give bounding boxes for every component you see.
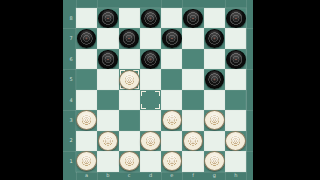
square-d5[interactable] bbox=[140, 69, 161, 89]
file-labels: abcdefgh bbox=[76, 172, 246, 180]
square-d4[interactable] bbox=[140, 90, 161, 110]
square-e4[interactable] bbox=[161, 90, 182, 110]
square-c5[interactable] bbox=[119, 69, 140, 89]
square-f4[interactable] bbox=[182, 90, 203, 110]
square-e3[interactable] bbox=[161, 110, 182, 130]
square-h3[interactable] bbox=[225, 110, 246, 130]
move-highlight-corners bbox=[141, 91, 160, 109]
square-a8[interactable] bbox=[76, 8, 97, 28]
square-g6[interactable] bbox=[204, 49, 225, 69]
rank-label: 2 bbox=[67, 131, 75, 151]
square-g5[interactable] bbox=[204, 69, 225, 89]
square-h6[interactable] bbox=[225, 49, 246, 69]
square-a6[interactable] bbox=[76, 49, 97, 69]
square-g7[interactable] bbox=[204, 28, 225, 48]
square-b1[interactable] bbox=[97, 151, 118, 171]
screenshot-stage: 87654321 abcdefgh bbox=[0, 0, 320, 180]
square-e7[interactable] bbox=[161, 28, 182, 48]
square-h5[interactable] bbox=[225, 69, 246, 89]
square-f7[interactable] bbox=[182, 28, 203, 48]
rank-label: 4 bbox=[67, 90, 75, 110]
square-a4[interactable] bbox=[76, 90, 97, 110]
square-b8[interactable] bbox=[97, 8, 118, 28]
square-d2[interactable] bbox=[140, 131, 161, 151]
white-man-f2[interactable] bbox=[183, 131, 204, 151]
white-man-g3[interactable] bbox=[204, 110, 225, 130]
square-g3[interactable] bbox=[204, 110, 225, 130]
square-e1[interactable] bbox=[161, 151, 182, 171]
black-man-b8[interactable] bbox=[98, 9, 118, 28]
board-grid bbox=[76, 8, 246, 172]
square-a2[interactable] bbox=[76, 131, 97, 151]
file-label: g bbox=[204, 172, 225, 180]
square-f2[interactable] bbox=[182, 131, 203, 151]
rank-label: 8 bbox=[67, 8, 75, 28]
square-f5[interactable] bbox=[182, 69, 203, 89]
square-d6[interactable] bbox=[140, 49, 161, 69]
black-man-e7[interactable] bbox=[162, 29, 182, 48]
black-man-c7[interactable] bbox=[119, 29, 139, 48]
square-e5[interactable] bbox=[161, 69, 182, 89]
square-b6[interactable] bbox=[97, 49, 118, 69]
square-e2[interactable] bbox=[161, 131, 182, 151]
black-man-f8[interactable] bbox=[183, 9, 203, 28]
square-a5[interactable] bbox=[76, 69, 97, 89]
file-label: a bbox=[76, 172, 97, 180]
square-c4[interactable] bbox=[119, 90, 140, 110]
white-man-a1[interactable] bbox=[76, 151, 97, 171]
square-h2[interactable] bbox=[225, 131, 246, 151]
square-d3[interactable] bbox=[140, 110, 161, 130]
square-f6[interactable] bbox=[182, 49, 203, 69]
white-man-d2[interactable] bbox=[140, 131, 161, 151]
square-c1[interactable] bbox=[119, 151, 140, 171]
rank-label: 6 bbox=[67, 49, 75, 69]
file-label: h bbox=[225, 172, 246, 180]
square-g2[interactable] bbox=[204, 131, 225, 151]
black-man-a7[interactable] bbox=[77, 29, 97, 48]
white-man-b2[interactable] bbox=[98, 131, 119, 151]
white-man-c5[interactable] bbox=[119, 70, 140, 90]
white-man-c1[interactable] bbox=[119, 151, 140, 171]
square-h8[interactable] bbox=[225, 8, 246, 28]
rank-label: 7 bbox=[67, 28, 75, 48]
rank-label: 1 bbox=[67, 151, 75, 171]
square-a7[interactable] bbox=[76, 28, 97, 48]
black-man-g7[interactable] bbox=[205, 29, 225, 48]
file-label: b bbox=[97, 172, 118, 180]
black-man-d8[interactable] bbox=[141, 9, 161, 28]
black-man-g5[interactable] bbox=[205, 70, 225, 89]
white-man-h2[interactable] bbox=[225, 131, 246, 151]
square-d1[interactable] bbox=[140, 151, 161, 171]
square-f3[interactable] bbox=[182, 110, 203, 130]
rank-label: 5 bbox=[67, 69, 75, 89]
square-h1[interactable] bbox=[225, 151, 246, 171]
file-label: e bbox=[161, 172, 182, 180]
square-b3[interactable] bbox=[97, 110, 118, 130]
square-g8[interactable] bbox=[204, 8, 225, 28]
file-label: c bbox=[119, 172, 140, 180]
square-c6[interactable] bbox=[119, 49, 140, 69]
square-c7[interactable] bbox=[119, 28, 140, 48]
white-man-a3[interactable] bbox=[76, 110, 97, 130]
white-man-e3[interactable] bbox=[162, 110, 183, 130]
black-man-b6[interactable] bbox=[98, 50, 118, 69]
square-e6[interactable] bbox=[161, 49, 182, 69]
square-d7[interactable] bbox=[140, 28, 161, 48]
square-c2[interactable] bbox=[119, 131, 140, 151]
square-b2[interactable] bbox=[97, 131, 118, 151]
square-f1[interactable] bbox=[182, 151, 203, 171]
rank-label: 3 bbox=[67, 110, 75, 130]
white-man-g1[interactable] bbox=[204, 151, 225, 171]
square-f8[interactable] bbox=[182, 8, 203, 28]
square-a1[interactable] bbox=[76, 151, 97, 171]
file-label: d bbox=[140, 172, 161, 180]
square-d8[interactable] bbox=[140, 8, 161, 28]
square-g1[interactable] bbox=[204, 151, 225, 171]
square-c8[interactable] bbox=[119, 8, 140, 28]
square-e8[interactable] bbox=[161, 8, 182, 28]
black-man-h8[interactable] bbox=[226, 9, 246, 28]
black-man-d6[interactable] bbox=[141, 50, 161, 69]
white-man-e1[interactable] bbox=[162, 151, 183, 171]
square-b5[interactable] bbox=[97, 69, 118, 89]
square-a3[interactable] bbox=[76, 110, 97, 130]
square-b7[interactable] bbox=[97, 28, 118, 48]
rank-labels: 87654321 bbox=[67, 8, 75, 172]
square-g4[interactable] bbox=[204, 90, 225, 110]
square-c3[interactable] bbox=[119, 110, 140, 130]
square-h7[interactable] bbox=[225, 28, 246, 48]
checkers-board: 87654321 abcdefgh bbox=[63, 0, 253, 180]
black-man-h6[interactable] bbox=[226, 50, 246, 69]
square-h4[interactable] bbox=[225, 90, 246, 110]
square-b4[interactable] bbox=[97, 90, 118, 110]
file-label: f bbox=[182, 172, 203, 180]
